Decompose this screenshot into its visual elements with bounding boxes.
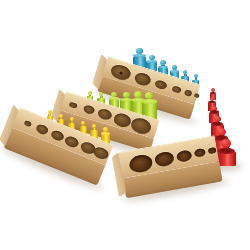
cylinder-top-cap (158, 66, 168, 69)
cylinder-socket-hole (97, 108, 113, 122)
cylinder-socket-hole (109, 63, 132, 83)
cylinder-socket-hole (133, 71, 152, 87)
cylinder-socket-hole (69, 101, 78, 109)
cylinder-socket-hole (82, 104, 95, 115)
cylinder-socket-hole (208, 147, 217, 154)
cylinder-socket-hole (23, 120, 31, 127)
cylinder-top-cap (101, 132, 110, 135)
cylinder-top-rim (210, 92, 215, 94)
cylinder-top-rim (208, 101, 215, 104)
cylinder-socket-hole (153, 151, 174, 168)
cylinder-knob (134, 91, 142, 98)
socket-pin-hole (119, 71, 123, 75)
cylinder-socket-hole (175, 149, 192, 162)
cylinder-top-rim (217, 148, 234, 155)
cylinder-socket-hole (171, 85, 181, 94)
cylinder-socket-hole (92, 145, 110, 161)
cylinder-socket-hole (154, 79, 168, 91)
cylinder-socket-hole (193, 148, 205, 158)
cylinder-knob (145, 92, 153, 99)
cylinder-socket-hole (63, 134, 80, 149)
cylinder-top-cap (133, 54, 146, 58)
montessori-cylinder-blocks-photo (0, 0, 250, 250)
cylinder-socket-hole (128, 153, 154, 173)
cylinder-socket-hole (49, 129, 65, 143)
cylinder-socket-hole (193, 93, 199, 98)
cylinder-top-rim (210, 110, 219, 114)
cylinder-top-cap (109, 97, 119, 100)
cylinder-top-cap (146, 60, 157, 63)
cylinder-top-cap (170, 70, 179, 73)
cylinder-knob (221, 139, 231, 148)
cylinder-socket-hole (184, 89, 192, 96)
cylinder-top-cap (142, 99, 157, 103)
cylinder-top-rim (211, 122, 223, 127)
cylinder-socket-hole (35, 123, 49, 135)
cylinder-socket-hole (112, 112, 132, 129)
